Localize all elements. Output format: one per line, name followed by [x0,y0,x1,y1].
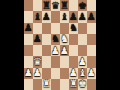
piece-white-pawn: ♟ [60,45,69,55]
square-e6[interactable] [60,23,69,34]
piece-black-rook: ♜ [42,0,51,10]
square-c3[interactable] [42,56,51,67]
square-c5[interactable] [42,34,51,45]
square-d5[interactable]: ♞ [51,34,60,45]
square-a6[interactable]: ♟ [24,23,33,34]
square-f3[interactable] [69,56,78,67]
square-f1[interactable]: ♜ [69,79,78,90]
square-d6[interactable] [51,23,60,34]
piece-white-queen: ♛ [33,56,42,66]
square-a4[interactable] [24,45,33,56]
square-b5[interactable]: ♟ [33,34,42,45]
square-f5[interactable] [69,34,78,45]
piece-white-pawn: ♟ [33,68,42,78]
square-g1[interactable]: ♚ [78,79,87,90]
square-b7[interactable]: ♝ [33,11,42,22]
square-b6[interactable] [33,23,42,34]
piece-white-pawn: ♟ [51,45,60,55]
square-b8[interactable] [33,0,42,11]
pillarbox-left [0,0,24,90]
square-a1[interactable] [24,79,33,90]
square-h2[interactable]: ♟ [87,68,96,79]
square-g4[interactable] [78,45,87,56]
piece-black-king: ♚ [78,0,87,10]
square-c7[interactable]: ♟ [42,11,51,22]
square-h4[interactable] [87,45,96,56]
square-g2[interactable]: ♝ [78,68,87,79]
square-d3[interactable] [51,56,60,67]
piece-white-knight: ♞ [60,34,69,44]
square-d8[interactable]: ♛ [51,0,60,11]
square-h1[interactable] [87,79,96,90]
square-e8[interactable]: ♜ [60,0,69,11]
piece-white-pawn: ♟ [78,56,87,66]
video-frame: ♜♛♜♚♝♟♝♟♟♟♟♞♟♞♞♟♟♛♟♟♟♟♝♟♜♜♚ [0,0,120,90]
pillarbox-right [96,0,120,90]
square-e4[interactable]: ♟ [60,45,69,56]
square-g8[interactable]: ♚ [78,0,87,11]
piece-black-pawn: ♟ [87,11,96,21]
piece-white-rook: ♜ [69,79,78,89]
square-c1[interactable]: ♜ [42,79,51,90]
square-d2[interactable] [51,68,60,79]
square-a5[interactable] [24,34,33,45]
piece-black-pawn: ♟ [33,34,42,44]
piece-black-bishop: ♝ [60,11,69,21]
piece-black-pawn: ♟ [69,11,78,21]
square-d4[interactable]: ♟ [51,45,60,56]
piece-white-rook: ♜ [42,79,51,89]
square-g5[interactable] [78,34,87,45]
square-h8[interactable] [87,0,96,11]
square-e5[interactable]: ♞ [60,34,69,45]
square-d1[interactable] [51,79,60,90]
piece-black-queen: ♛ [51,0,60,10]
piece-white-pawn: ♟ [87,68,96,78]
square-f4[interactable] [69,45,78,56]
square-e1[interactable] [60,79,69,90]
piece-white-pawn: ♟ [69,68,78,78]
square-c8[interactable]: ♜ [42,0,51,11]
square-d7[interactable] [51,11,60,22]
piece-white-king: ♚ [78,79,87,89]
square-g6[interactable] [78,23,87,34]
piece-black-pawn: ♟ [24,23,33,33]
square-a3[interactable] [24,56,33,67]
square-e2[interactable] [60,68,69,79]
square-g3[interactable]: ♟ [78,56,87,67]
square-f6[interactable]: ♞ [69,23,78,34]
chess-board: ♜♛♜♚♝♟♝♟♟♟♟♞♟♞♞♟♟♛♟♟♟♟♝♟♜♜♚ [24,0,96,90]
square-h5[interactable] [87,34,96,45]
square-b4[interactable] [33,45,42,56]
square-b3[interactable]: ♛ [33,56,42,67]
square-c4[interactable] [42,45,51,56]
square-f8[interactable] [69,0,78,11]
square-c2[interactable] [42,68,51,79]
piece-black-knight: ♞ [51,34,60,44]
piece-white-pawn: ♟ [24,68,33,78]
square-e7[interactable]: ♝ [60,11,69,22]
square-b2[interactable]: ♟ [33,68,42,79]
square-h6[interactable] [87,23,96,34]
square-c6[interactable] [42,23,51,34]
piece-black-pawn: ♟ [42,11,51,21]
piece-black-rook: ♜ [60,0,69,10]
piece-black-knight: ♞ [69,23,78,33]
square-a8[interactable] [24,0,33,11]
square-b1[interactable] [33,79,42,90]
piece-white-bishop: ♝ [78,68,87,78]
piece-black-pawn: ♟ [78,11,87,21]
square-f7[interactable]: ♟ [69,11,78,22]
piece-black-bishop: ♝ [33,11,42,21]
square-h7[interactable]: ♟ [87,11,96,22]
square-h3[interactable] [87,56,96,67]
square-a2[interactable]: ♟ [24,68,33,79]
square-f2[interactable]: ♟ [69,68,78,79]
square-g7[interactable]: ♟ [78,11,87,22]
square-a7[interactable] [24,11,33,22]
square-e3[interactable] [60,56,69,67]
